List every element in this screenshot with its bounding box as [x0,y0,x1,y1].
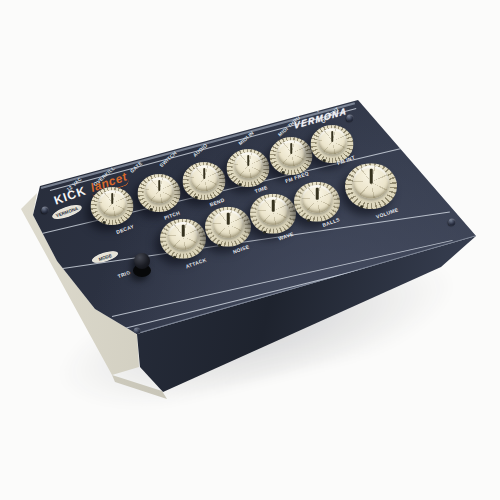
knob-pitch[interactable] [138,174,181,212]
knob-bend[interactable] [183,162,226,200]
knob-index-dot [173,256,176,259]
knob-index-dot [263,231,266,234]
knob-index-dot [360,205,363,208]
screw-back-right [347,115,354,122]
knob-pointer [247,155,250,166]
knob-balls[interactable] [294,182,340,222]
knob-noise[interactable] [205,207,251,247]
knob-attack[interactable] [160,219,206,259]
knob-pointer [370,169,373,183]
knob-decay[interactable] [91,187,134,225]
knob-volume[interactable] [345,163,397,209]
knob-pointer [158,180,161,191]
knob-pointer [203,168,206,179]
trig-button-cap [134,253,150,269]
knob-wave[interactable] [250,194,296,234]
product-photo: 12 VAC OVERKILL GATE SWITCH AUDIO MIDI I… [0,0,500,500]
knob-time[interactable] [227,149,270,187]
knob-index-dot [307,219,310,222]
screw-back-left [42,207,49,214]
knob-pointer [290,143,293,154]
knob-index-dot [218,244,221,247]
trig-button[interactable] [132,253,152,277]
knob-pointer [111,193,114,204]
knob-pointer [272,200,275,212]
knob-pointer [182,225,185,237]
knob-pointer [227,213,230,225]
knob-pointer [331,131,334,142]
trig-label: TRIG [117,269,131,279]
knob-pointer [316,188,319,200]
screw-front-right [449,219,456,226]
